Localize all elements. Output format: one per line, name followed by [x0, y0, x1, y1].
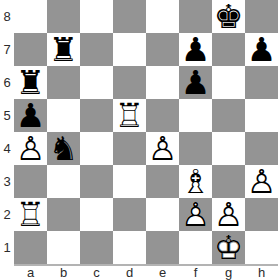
square-c8[interactable]: [80, 0, 113, 33]
rank-label-4: 4: [0, 132, 14, 165]
square-e4[interactable]: ♟♙: [146, 132, 179, 165]
square-c3[interactable]: [80, 165, 113, 198]
piece-white-pawn[interactable]: ♟♙: [146, 132, 179, 165]
square-h8[interactable]: [245, 0, 278, 33]
piece-outline-layer: ♖: [14, 198, 47, 231]
square-d2[interactable]: [113, 198, 146, 231]
square-d3[interactable]: [113, 165, 146, 198]
square-g4[interactable]: [212, 132, 245, 165]
square-f7[interactable]: ♟: [179, 33, 212, 66]
file-label-f: f: [179, 264, 212, 280]
piece-fill-layer: ♟: [179, 33, 212, 66]
square-b6[interactable]: [47, 66, 80, 99]
file-label-h: h: [245, 264, 278, 280]
square-e3[interactable]: [146, 165, 179, 198]
square-g1[interactable]: ♚♔: [212, 231, 245, 264]
square-a8[interactable]: [14, 0, 47, 33]
piece-white-pawn[interactable]: ♟♙: [179, 198, 212, 231]
square-a4[interactable]: ♟♙: [14, 132, 47, 165]
square-a6[interactable]: ♜: [14, 66, 47, 99]
piece-outline-layer: ♗: [179, 165, 212, 198]
piece-outline-layer: ♙: [179, 198, 212, 231]
square-b1[interactable]: [47, 231, 80, 264]
piece-black-pawn[interactable]: ♟: [14, 99, 47, 132]
file-label-d: d: [113, 264, 146, 280]
piece-outline-layer: ♙: [14, 132, 47, 165]
square-c5[interactable]: [80, 99, 113, 132]
square-e7[interactable]: [146, 33, 179, 66]
square-a1[interactable]: [14, 231, 47, 264]
square-e1[interactable]: [146, 231, 179, 264]
square-h3[interactable]: ♟♙: [245, 165, 278, 198]
square-b8[interactable]: [47, 0, 80, 33]
square-f4[interactable]: [179, 132, 212, 165]
piece-fill-layer: ♚: [212, 0, 245, 33]
square-d7[interactable]: [113, 33, 146, 66]
square-c7[interactable]: [80, 33, 113, 66]
rank-label-1: 1: [0, 231, 14, 264]
file-labels: abcdefgh: [14, 264, 278, 280]
piece-fill-layer: ♞: [47, 132, 80, 165]
square-h1[interactable]: [245, 231, 278, 264]
piece-white-pawn[interactable]: ♟♙: [212, 198, 245, 231]
square-a7[interactable]: [14, 33, 47, 66]
square-c1[interactable]: [80, 231, 113, 264]
piece-outline-layer: ♙: [146, 132, 179, 165]
square-g2[interactable]: ♟♙: [212, 198, 245, 231]
square-h2[interactable]: [245, 198, 278, 231]
rank-label-5: 5: [0, 99, 14, 132]
piece-fill-layer: ♟: [14, 99, 47, 132]
file-label-g: g: [212, 264, 245, 280]
rank-label-3: 3: [0, 165, 14, 198]
square-b7[interactable]: ♜: [47, 33, 80, 66]
file-label-e: e: [146, 264, 179, 280]
square-d1[interactable]: [113, 231, 146, 264]
square-a3[interactable]: [14, 165, 47, 198]
square-e2[interactable]: [146, 198, 179, 231]
file-label-c: c: [80, 264, 113, 280]
piece-black-rook[interactable]: ♜: [47, 33, 80, 66]
square-f8[interactable]: [179, 0, 212, 33]
square-e5[interactable]: [146, 99, 179, 132]
chess-diagram: 87654321 ♚♜♟♟♜♟♟♜♖♟♙♞♟♙♝♗♟♙♜♖♟♙♟♙♚♔ abcd…: [0, 0, 280, 280]
piece-fill-layer: ♜: [14, 66, 47, 99]
square-c4[interactable]: [80, 132, 113, 165]
piece-black-knight[interactable]: ♞: [47, 132, 80, 165]
square-b5[interactable]: [47, 99, 80, 132]
square-e6[interactable]: [146, 66, 179, 99]
piece-outline-layer: ♖: [113, 99, 146, 132]
rank-label-6: 6: [0, 66, 14, 99]
piece-black-pawn[interactable]: ♟: [179, 66, 212, 99]
piece-white-rook[interactable]: ♜♖: [113, 99, 146, 132]
square-d8[interactable]: [113, 0, 146, 33]
square-h5[interactable]: [245, 99, 278, 132]
piece-fill-layer: ♜: [47, 33, 80, 66]
chess-board: ♚♜♟♟♜♟♟♜♖♟♙♞♟♙♝♗♟♙♜♖♟♙♟♙♚♔: [14, 0, 278, 264]
square-d6[interactable]: [113, 66, 146, 99]
piece-fill-layer: ♟: [245, 33, 278, 66]
piece-black-king[interactable]: ♚: [212, 0, 245, 33]
piece-white-pawn[interactable]: ♟♙: [245, 165, 278, 198]
square-b3[interactable]: [47, 165, 80, 198]
file-label-b: b: [47, 264, 80, 280]
square-h6[interactable]: [245, 66, 278, 99]
square-e8[interactable]: [146, 0, 179, 33]
square-g3[interactable]: [212, 165, 245, 198]
square-g8[interactable]: ♚: [212, 0, 245, 33]
piece-white-rook[interactable]: ♜♖: [14, 198, 47, 231]
piece-outline-layer: ♔: [212, 231, 245, 264]
rank-labels: 87654321: [0, 0, 14, 264]
square-g7[interactable]: [212, 33, 245, 66]
piece-fill-layer: ♟: [179, 66, 212, 99]
piece-white-pawn[interactable]: ♟♙: [14, 132, 47, 165]
rank-label-8: 8: [0, 0, 14, 33]
square-h4[interactable]: [245, 132, 278, 165]
square-g6[interactable]: [212, 66, 245, 99]
square-b4[interactable]: ♞: [47, 132, 80, 165]
square-d5[interactable]: ♜♖: [113, 99, 146, 132]
square-g5[interactable]: [212, 99, 245, 132]
square-a5[interactable]: ♟: [14, 99, 47, 132]
piece-black-rook[interactable]: ♜: [14, 66, 47, 99]
square-d4[interactable]: [113, 132, 146, 165]
piece-black-pawn[interactable]: ♟: [245, 33, 278, 66]
piece-white-king[interactable]: ♚♔: [212, 231, 245, 264]
piece-white-bishop[interactable]: ♝♗: [179, 165, 212, 198]
square-c2[interactable]: [80, 198, 113, 231]
square-a2[interactable]: ♜♖: [14, 198, 47, 231]
square-f5[interactable]: [179, 99, 212, 132]
square-h7[interactable]: ♟: [245, 33, 278, 66]
piece-outline-layer: ♙: [212, 198, 245, 231]
file-label-a: a: [14, 264, 47, 280]
square-f6[interactable]: ♟: [179, 66, 212, 99]
rank-label-2: 2: [0, 198, 14, 231]
piece-black-pawn[interactable]: ♟: [179, 33, 212, 66]
square-f1[interactable]: [179, 231, 212, 264]
square-f3[interactable]: ♝♗: [179, 165, 212, 198]
rank-label-7: 7: [0, 33, 14, 66]
square-f2[interactable]: ♟♙: [179, 198, 212, 231]
square-c6[interactable]: [80, 66, 113, 99]
square-b2[interactable]: [47, 198, 80, 231]
piece-outline-layer: ♙: [245, 165, 278, 198]
